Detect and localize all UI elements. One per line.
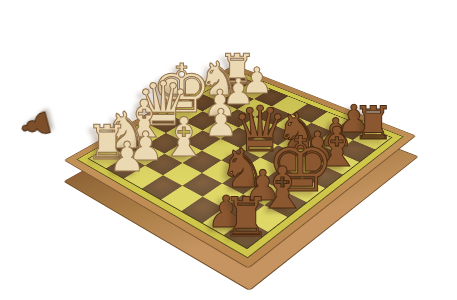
- piece-white-pawn-a2[interactable]: ♟: [109, 137, 146, 178]
- piece-white-bishop-c3[interactable]: ♝: [160, 111, 208, 165]
- photo-stage: ♜♞♝♛♚♞♜♟♟♟♟♟♝♟♜♝♚♝♜♟♟♟♟♟♞♞♛♟: [0, 0, 457, 300]
- captured-black-pawn[interactable]: ♟: [14, 105, 57, 145]
- piece-black-rook-a8[interactable]: ♜: [222, 191, 270, 245]
